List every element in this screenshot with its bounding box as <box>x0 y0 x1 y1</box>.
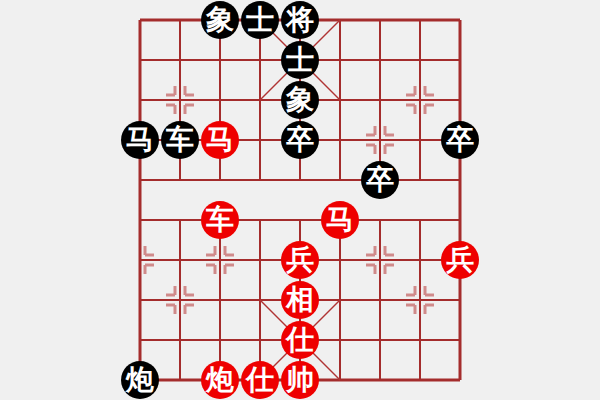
board-point: 兵 <box>280 240 320 280</box>
xiangqi-board: 象士将士象马车马卒卒卒车马兵兵相仕炮炮仕帅 <box>0 0 600 400</box>
board-point: 仕 <box>240 360 280 400</box>
piece-red-elephant[interactable]: 相 <box>281 281 319 319</box>
piece-red-horse-2[interactable]: 马 <box>321 201 359 239</box>
piece-black-advisor-2[interactable]: 士 <box>281 41 319 79</box>
board-point: 卒 <box>360 160 400 200</box>
board-point: 象 <box>200 0 240 40</box>
board-pieces-layer: 象士将士象马车马卒卒卒车马兵兵相仕炮炮仕帅 <box>120 0 480 400</box>
piece-red-soldier-2[interactable]: 兵 <box>441 241 479 279</box>
board-point: 马 <box>200 120 240 160</box>
piece-red-general[interactable]: 帅 <box>281 361 319 399</box>
piece-red-chariot[interactable]: 车 <box>201 201 239 239</box>
piece-black-general[interactable]: 将 <box>281 1 319 39</box>
board-point: 卒 <box>440 120 480 160</box>
piece-red-cannon[interactable]: 炮 <box>201 361 239 399</box>
board-point: 士 <box>240 0 280 40</box>
board-point: 将 <box>280 0 320 40</box>
piece-black-soldier-3[interactable]: 卒 <box>361 161 399 199</box>
board-point: 车 <box>200 200 240 240</box>
board-point: 仕 <box>280 320 320 360</box>
board-point: 象 <box>280 80 320 120</box>
board-point: 炮 <box>200 360 240 400</box>
board-point: 马 <box>320 200 360 240</box>
board-point: 炮 <box>120 360 160 400</box>
piece-black-chariot[interactable]: 车 <box>161 121 199 159</box>
piece-red-advisor-2[interactable]: 仕 <box>241 361 279 399</box>
piece-red-horse-1[interactable]: 马 <box>201 121 239 159</box>
board-point: 相 <box>280 280 320 320</box>
piece-black-soldier-2[interactable]: 卒 <box>441 121 479 159</box>
piece-black-advisor-1[interactable]: 士 <box>241 1 279 39</box>
board-point: 马 <box>120 120 160 160</box>
piece-black-elephant-2[interactable]: 象 <box>281 81 319 119</box>
piece-black-cannon[interactable]: 炮 <box>121 361 159 399</box>
piece-red-soldier-1[interactable]: 兵 <box>281 241 319 279</box>
piece-red-advisor-1[interactable]: 仕 <box>281 321 319 359</box>
board-point: 卒 <box>280 120 320 160</box>
board-point: 兵 <box>440 240 480 280</box>
piece-black-horse[interactable]: 马 <box>121 121 159 159</box>
board-point: 车 <box>160 120 200 160</box>
board-point: 帅 <box>280 360 320 400</box>
board-point: 士 <box>280 40 320 80</box>
piece-black-soldier-1[interactable]: 卒 <box>281 121 319 159</box>
piece-black-elephant-1[interactable]: 象 <box>201 1 239 39</box>
